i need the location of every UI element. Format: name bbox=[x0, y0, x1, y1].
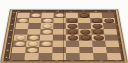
checker-piece-light[interactable] bbox=[42, 29, 52, 34]
checker-piece-dark[interactable] bbox=[93, 35, 104, 40]
checker-piece-dark[interactable] bbox=[67, 18, 77, 22]
coordinate-label: 4 bbox=[9, 36, 12, 38]
coordinate-label: 7 bbox=[12, 18, 14, 19]
checker-piece-light[interactable] bbox=[18, 18, 28, 22]
checker-piece-dark[interactable] bbox=[92, 24, 102, 28]
square-h1[interactable] bbox=[107, 53, 122, 60]
checker-piece-light[interactable] bbox=[27, 47, 38, 52]
checker-piece-light[interactable] bbox=[41, 41, 52, 46]
square-a1[interactable] bbox=[10, 53, 25, 60]
square-c1[interactable] bbox=[38, 53, 52, 60]
checker-piece-light[interactable] bbox=[31, 13, 41, 17]
checker-piece-dark[interactable] bbox=[91, 18, 101, 22]
square-e1[interactable] bbox=[66, 53, 80, 60]
checker-piece-dark[interactable] bbox=[67, 24, 77, 28]
coordinate-label: 3 bbox=[7, 43, 10, 45]
checker-piece-light[interactable] bbox=[42, 18, 52, 22]
coordinate-label: 5 bbox=[10, 30, 13, 31]
checker-piece-light[interactable] bbox=[15, 35, 26, 40]
square-g1[interactable] bbox=[93, 53, 107, 60]
checker-piece-light[interactable] bbox=[27, 41, 38, 46]
square-f1[interactable] bbox=[80, 53, 94, 60]
checker-piece-dark[interactable] bbox=[67, 29, 77, 34]
checker-piece-dark[interactable] bbox=[79, 13, 89, 17]
board-grid bbox=[9, 12, 122, 60]
coordinate-label: 2 bbox=[6, 50, 9, 52]
checker-piece-dark[interactable] bbox=[80, 29, 90, 34]
square-b1[interactable] bbox=[24, 53, 38, 60]
checker-piece-dark[interactable] bbox=[104, 18, 114, 22]
checker-piece-light[interactable] bbox=[14, 41, 25, 46]
checker-piece-light[interactable] bbox=[28, 35, 39, 40]
checker-piece-dark[interactable] bbox=[92, 29, 102, 34]
coordinate-label: 6 bbox=[11, 24, 13, 25]
board-photo-scene: abcdefgh abcdefgh 87654321 87654321 bbox=[0, 0, 128, 63]
checker-piece-dark[interactable] bbox=[67, 35, 77, 40]
coordinate-label: 8 bbox=[13, 12, 15, 13]
coordinate-label: 1 bbox=[5, 57, 8, 59]
checker-piece-light[interactable] bbox=[42, 24, 52, 28]
fold-hinge-seam bbox=[63, 10, 64, 62]
checker-piece-dark[interactable] bbox=[80, 35, 91, 40]
checkers-board: abcdefgh abcdefgh 87654321 87654321 bbox=[0, 9, 128, 63]
